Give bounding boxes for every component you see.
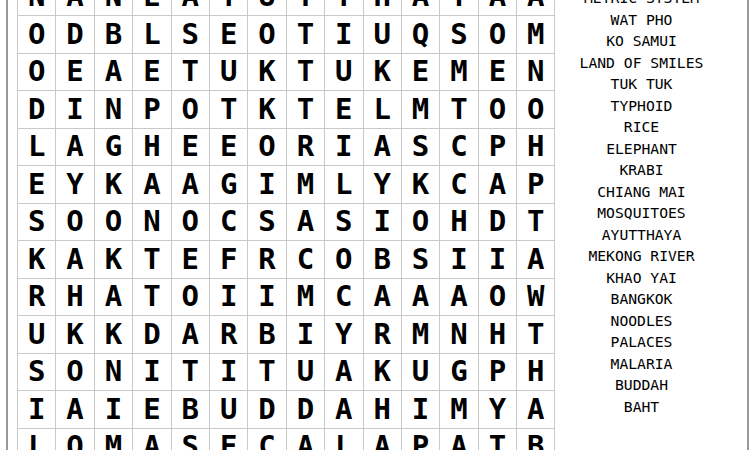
grid-cell-r12c1[interactable]: I <box>18 391 55 428</box>
grid-cell-r2c7[interactable]: O <box>248 16 285 53</box>
grid-cell-r4c5[interactable]: O <box>172 91 209 128</box>
grid-cell-r3c2[interactable]: E <box>56 54 93 91</box>
grid-cell-r11c14[interactable]: H <box>517 354 554 391</box>
grid-cell-r1c2[interactable]: A <box>56 0 93 15</box>
grid-cell-r7c10[interactable]: I <box>364 204 401 241</box>
grid-cell-r5c9[interactable]: I <box>325 129 362 166</box>
grid-cell-r8c9[interactable]: O <box>325 241 362 278</box>
grid-cell-r13c13[interactable]: T <box>479 429 516 450</box>
grid-cell-r8c4[interactable]: T <box>133 241 170 278</box>
grid-cell-r12c2[interactable]: A <box>56 391 93 428</box>
grid-cell-r6c1[interactable]: E <box>18 166 55 203</box>
word-list: METRIC SYSTEMWAT PHOKO SAMUILAND OF SMIL… <box>555 0 728 417</box>
grid-cell-r13c3[interactable]: M <box>95 429 132 450</box>
grid-cell-r13c11[interactable]: P <box>402 429 439 450</box>
grid-cell-r9c12[interactable]: A <box>440 279 477 316</box>
grid-cell-r1c13[interactable]: A <box>479 0 516 15</box>
grid-cell-r9c3[interactable]: A <box>95 279 132 316</box>
grid-cell-r13c12[interactable]: A <box>440 429 477 450</box>
grid-cell-r6c4[interactable]: A <box>133 166 170 203</box>
grid-cell-r13c2[interactable]: O <box>56 429 93 450</box>
word-search-grid: NANEAYUTTHAYAAODBLSEOTIUQSOMOEAETUKTUKEM… <box>17 0 555 450</box>
grid-cell-r8c8[interactable]: C <box>287 241 324 278</box>
grid-cell-r12c4[interactable]: E <box>133 391 170 428</box>
grid-cell-r3c1[interactable]: O <box>18 54 55 91</box>
grid-cell-r7c3[interactable]: O <box>95 204 132 241</box>
grid-cell-r2c11[interactable]: Q <box>402 16 439 53</box>
grid-cell-r5c2[interactable]: A <box>56 129 93 166</box>
word-list-item-12: AYUTTHAYA <box>555 224 728 246</box>
grid-cell-r4c14[interactable]: O <box>517 91 554 128</box>
grid-cell-r13c5[interactable]: S <box>172 429 209 450</box>
grid-cell-r2c2[interactable]: D <box>56 16 93 53</box>
grid-cell-r10c3[interactable]: K <box>95 316 132 353</box>
grid-cell-r6c12[interactable]: C <box>440 166 477 203</box>
grid-cell-r7c1[interactable]: S <box>18 204 55 241</box>
word-list-item-8: ELEPHANT <box>555 138 728 160</box>
grid-cell-r2c1[interactable]: O <box>18 16 55 53</box>
grid-cell-r12c6[interactable]: U <box>210 391 247 428</box>
grid-cell-r2c5[interactable]: S <box>172 16 209 53</box>
grid-cell-r8c6[interactable]: F <box>210 241 247 278</box>
grid-cell-r9c7[interactable]: I <box>248 279 285 316</box>
grid-cell-r11c4[interactable]: I <box>133 354 170 391</box>
grid-cell-r9c5[interactable]: O <box>172 279 209 316</box>
grid-cell-r4c8[interactable]: T <box>287 91 324 128</box>
grid-cell-r1c9[interactable]: T <box>325 0 362 15</box>
grid-cell-r9c10[interactable]: A <box>364 279 401 316</box>
grid-cell-r3c13[interactable]: E <box>479 54 516 91</box>
grid-cell-r1c6[interactable]: Y <box>210 0 247 15</box>
grid-cell-r4c4[interactable]: P <box>133 91 170 128</box>
grid-cell-r5c11[interactable]: S <box>402 129 439 166</box>
grid-cell-r11c10[interactable]: K <box>364 354 401 391</box>
grid-cell-r3c11[interactable]: E <box>402 54 439 91</box>
grid-cell-r13c4[interactable]: A <box>133 429 170 450</box>
grid-cell-r6c3[interactable]: K <box>95 166 132 203</box>
grid-cell-r12c5[interactable]: B <box>172 391 209 428</box>
grid-cell-r10c5[interactable]: A <box>172 316 209 353</box>
grid-cell-r11c6[interactable]: I <box>210 354 247 391</box>
grid-cell-r10c7[interactable]: B <box>248 316 285 353</box>
grid-cell-r7c11[interactable]: O <box>402 204 439 241</box>
grid-cell-r7c9[interactable]: S <box>325 204 362 241</box>
grid-cell-r7c5[interactable]: O <box>172 204 209 241</box>
grid-cell-r10c12[interactable]: N <box>440 316 477 353</box>
grid-cell-r4c1[interactable]: D <box>18 91 55 128</box>
grid-cell-r11c5[interactable]: T <box>172 354 209 391</box>
grid-cell-r10c10[interactable]: R <box>364 316 401 353</box>
grid-cell-r3c5[interactable]: T <box>172 54 209 91</box>
grid-cell-r8c14[interactable]: A <box>517 241 554 278</box>
grid-cell-r5c1[interactable]: L <box>18 129 55 166</box>
grid-cell-r1c14[interactable]: A <box>517 0 554 15</box>
word-list-item-9: KRABI <box>555 159 728 181</box>
grid-cell-r3c9[interactable]: U <box>325 54 362 91</box>
grid-cell-r11c13[interactable]: P <box>479 354 516 391</box>
grid-cell-r13c10[interactable]: A <box>364 429 401 450</box>
grid-cell-r10c2[interactable]: K <box>56 316 93 353</box>
grid-cell-r12c10[interactable]: H <box>364 391 401 428</box>
grid-cell-r5c8[interactable]: R <box>287 129 324 166</box>
grid-cell-r2c6[interactable]: E <box>210 16 247 53</box>
word-list-item-16: NOODLES <box>555 310 728 332</box>
grid-cell-r11c9[interactable]: A <box>325 354 362 391</box>
grid-cell-r2c3[interactable]: B <box>95 16 132 53</box>
grid-cell-r10c11[interactable]: M <box>402 316 439 353</box>
grid-cell-r9c13[interactable]: O <box>479 279 516 316</box>
grid-cell-r10c1[interactable]: U <box>18 316 55 353</box>
grid-cell-r3c14[interactable]: N <box>517 54 554 91</box>
grid-cell-r12c11[interactable]: I <box>402 391 439 428</box>
grid-cell-r9c6[interactable]: I <box>210 279 247 316</box>
grid-cell-r12c13[interactable]: Y <box>479 391 516 428</box>
grid-cell-r6c10[interactable]: Y <box>364 166 401 203</box>
grid-cell-r10c4[interactable]: D <box>133 316 170 353</box>
grid-cell-r10c13[interactable]: H <box>479 316 516 353</box>
grid-cell-r9c9[interactable]: C <box>325 279 362 316</box>
grid-cell-r5c12[interactable]: C <box>440 129 477 166</box>
grid-cell-r3c10[interactable]: K <box>364 54 401 91</box>
word-list-item-6: TYPHOID <box>555 95 728 117</box>
grid-cell-r5c13[interactable]: P <box>479 129 516 166</box>
grid-cell-r6c14[interactable]: P <box>517 166 554 203</box>
grid-cell-r8c3[interactable]: K <box>95 241 132 278</box>
grid-cell-r11c7[interactable]: T <box>248 354 285 391</box>
word-list-item-13: MEKONG RIVER <box>555 245 728 267</box>
grid-cell-r13c1[interactable]: L <box>18 429 55 450</box>
grid-cell-r6c5[interactable]: A <box>172 166 209 203</box>
grid-cell-r12c7[interactable]: D <box>248 391 285 428</box>
grid-cell-r5c4[interactable]: H <box>133 129 170 166</box>
grid-cell-r1c7[interactable]: U <box>248 0 285 15</box>
grid-cell-r8c5[interactable]: E <box>172 241 209 278</box>
grid-cell-r2c4[interactable]: L <box>133 16 170 53</box>
grid-cell-r6c7[interactable]: I <box>248 166 285 203</box>
grid-cell-r5c5[interactable]: E <box>172 129 209 166</box>
grid-cell-r10c9[interactable]: Y <box>325 316 362 353</box>
grid-cell-r4c6[interactable]: T <box>210 91 247 128</box>
grid-cell-r5c10[interactable]: A <box>364 129 401 166</box>
grid-cell-r2c12[interactable]: S <box>440 16 477 53</box>
grid-cell-r11c3[interactable]: N <box>95 354 132 391</box>
grid-cell-r4c13[interactable]: O <box>479 91 516 128</box>
grid-cell-r1c1[interactable]: N <box>18 0 55 15</box>
grid-cell-r3c8[interactable]: T <box>287 54 324 91</box>
word-list-item-19: BUDDAH <box>555 374 728 396</box>
grid-cell-r11c1[interactable]: S <box>18 354 55 391</box>
grid-cell-r10c8[interactable]: I <box>287 316 324 353</box>
grid-cell-r9c2[interactable]: H <box>56 279 93 316</box>
grid-cell-r2c14[interactable]: M <box>517 16 554 53</box>
grid-cell-r3c4[interactable]: E <box>133 54 170 91</box>
grid-cell-r12c14[interactable]: A <box>517 391 554 428</box>
grid-cell-r7c2[interactable]: O <box>56 204 93 241</box>
grid-cell-r11c8[interactable]: U <box>287 354 324 391</box>
grid-cell-r12c12[interactable]: M <box>440 391 477 428</box>
grid-cell-r6c9[interactable]: L <box>325 166 362 203</box>
word-list-item-10: CHIANG MAI <box>555 181 728 203</box>
grid-cell-r1c10[interactable]: H <box>364 0 401 15</box>
word-list-item-5: TUK TUK <box>555 73 728 95</box>
grid-cell-r7c6[interactable]: C <box>210 204 247 241</box>
grid-cell-r1c11[interactable]: A <box>402 0 439 15</box>
grid-cell-r6c6[interactable]: G <box>210 166 247 203</box>
grid-cell-r1c5[interactable]: A <box>172 0 209 15</box>
word-list-item-7: RICE <box>555 116 728 138</box>
grid-cell-r7c13[interactable]: D <box>479 204 516 241</box>
grid-cell-r8c2[interactable]: A <box>56 241 93 278</box>
word-list-item-3: KO SAMUI <box>555 30 728 52</box>
grid-cell-r13c7[interactable]: C <box>248 429 285 450</box>
word-list-item-18: MALARIA <box>555 353 728 375</box>
grid-cell-r8c11[interactable]: S <box>402 241 439 278</box>
grid-cell-r6c2[interactable]: Y <box>56 166 93 203</box>
word-search-page: NANEAYUTTHAYAAODBLSEOTIUQSOMOEAETUKTUKEM… <box>0 0 750 450</box>
grid-cell-r4c3[interactable]: N <box>95 91 132 128</box>
grid-cell-r4c10[interactable]: L <box>364 91 401 128</box>
grid-cell-r9c1[interactable]: R <box>18 279 55 316</box>
word-list-item-14: KHAO YAI <box>555 267 728 289</box>
word-list-item-17: PALACES <box>555 331 728 353</box>
grid-cell-r1c12[interactable]: Y <box>440 0 477 15</box>
grid-cell-r1c8[interactable]: T <box>287 0 324 15</box>
grid-cell-r3c12[interactable]: M <box>440 54 477 91</box>
grid-cell-r2c8[interactable]: T <box>287 16 324 53</box>
grid-cell-r2c10[interactable]: U <box>364 16 401 53</box>
grid-cell-r9c11[interactable]: A <box>402 279 439 316</box>
grid-cell-r8c1[interactable]: K <box>18 241 55 278</box>
grid-cell-r11c12[interactable]: G <box>440 354 477 391</box>
grid-cell-r5c3[interactable]: G <box>95 129 132 166</box>
grid-cell-r13c14[interactable]: B <box>517 429 554 450</box>
grid-cell-r8c7[interactable]: R <box>248 241 285 278</box>
grid-cell-r9c14[interactable]: W <box>517 279 554 316</box>
grid-cell-r11c2[interactable]: O <box>56 354 93 391</box>
grid-cell-r13c6[interactable]: E <box>210 429 247 450</box>
grid-cell-r7c12[interactable]: H <box>440 204 477 241</box>
grid-cell-r5c7[interactable]: O <box>248 129 285 166</box>
grid-cell-r4c11[interactable]: M <box>402 91 439 128</box>
grid-cell-r8c12[interactable]: I <box>440 241 477 278</box>
word-list-item-11: MOSQUITOES <box>555 202 728 224</box>
grid-cell-r13c8[interactable]: A <box>287 429 324 450</box>
grid-cell-r12c8[interactable]: D <box>287 391 324 428</box>
grid-cell-r9c4[interactable]: T <box>133 279 170 316</box>
grid-cell-r6c8[interactable]: M <box>287 166 324 203</box>
grid-cell-r3c7[interactable]: K <box>248 54 285 91</box>
grid-cell-r7c7[interactable]: S <box>248 204 285 241</box>
word-list-item-1: METRIC SYSTEM <box>555 0 728 9</box>
grid-cell-r2c13[interactable]: O <box>479 16 516 53</box>
grid-cell-r1c4[interactable]: E <box>133 0 170 15</box>
grid-cell-r6c13[interactable]: A <box>479 166 516 203</box>
word-list-item-2: WAT PHO <box>555 9 728 31</box>
grid-cell-r3c3[interactable]: A <box>95 54 132 91</box>
grid-cell-r2c9[interactable]: I <box>325 16 362 53</box>
grid-cell-r11c11[interactable]: U <box>402 354 439 391</box>
page-right-border <box>747 0 749 450</box>
grid-cell-r7c8[interactable]: A <box>287 204 324 241</box>
grid-cell-r5c6[interactable]: E <box>210 129 247 166</box>
word-list-item-15: BANGKOK <box>555 288 728 310</box>
grid-cell-r7c4[interactable]: N <box>133 204 170 241</box>
grid-cell-r12c3[interactable]: I <box>95 391 132 428</box>
grid-cell-r4c9[interactable]: E <box>325 91 362 128</box>
word-list-item-20: BAHT <box>555 396 728 418</box>
grid-cell-r6c11[interactable]: K <box>402 166 439 203</box>
grid-cell-r8c13[interactable]: I <box>479 241 516 278</box>
grid-cell-r12c9[interactable]: A <box>325 391 362 428</box>
grid-cell-r4c7[interactable]: K <box>248 91 285 128</box>
grid-cell-r10c6[interactable]: R <box>210 316 247 353</box>
grid-cell-r4c2[interactable]: I <box>56 91 93 128</box>
grid-cell-r8c10[interactable]: B <box>364 241 401 278</box>
page-left-border <box>6 0 8 450</box>
word-list-item-4: LAND OF SMILES <box>555 52 728 74</box>
grid-cell-r13c9[interactable]: L <box>325 429 362 450</box>
grid-cell-r4c12[interactable]: T <box>440 91 477 128</box>
grid-cell-r1c3[interactable]: N <box>95 0 132 15</box>
grid-cell-r7c14[interactable]: T <box>517 204 554 241</box>
grid-cell-r9c8[interactable]: M <box>287 279 324 316</box>
grid-cell-r10c14[interactable]: T <box>517 316 554 353</box>
grid-cell-r3c6[interactable]: U <box>210 54 247 91</box>
grid-cell-r5c14[interactable]: H <box>517 129 554 166</box>
